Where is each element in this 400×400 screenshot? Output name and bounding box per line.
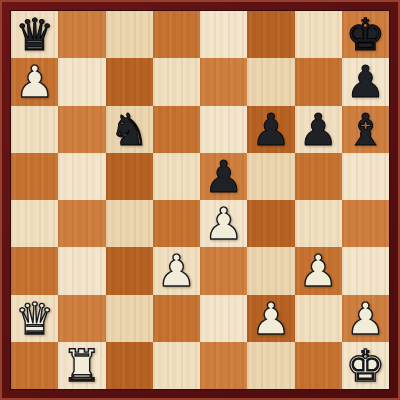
square-f4[interactable] <box>247 200 294 247</box>
square-a2[interactable]: ♛ <box>11 295 58 342</box>
square-h3[interactable] <box>342 247 389 294</box>
square-f7[interactable] <box>247 58 294 105</box>
piece-black-king-h8[interactable]: ♚ <box>346 11 385 58</box>
piece-black-pawn-f6[interactable]: ♟ <box>251 106 290 153</box>
square-f1[interactable] <box>247 342 294 389</box>
square-a1[interactable] <box>11 342 58 389</box>
piece-white-king-h1[interactable]: ♚ <box>346 342 385 389</box>
square-b1[interactable]: ♜ <box>58 342 105 389</box>
piece-black-pawn-h7[interactable]: ♟ <box>346 58 385 105</box>
square-g8[interactable] <box>295 11 342 58</box>
square-c6[interactable]: ♞ <box>106 106 153 153</box>
square-b5[interactable] <box>58 153 105 200</box>
square-c8[interactable] <box>106 11 153 58</box>
square-e6[interactable] <box>200 106 247 153</box>
square-c3[interactable] <box>106 247 153 294</box>
square-d2[interactable] <box>153 295 200 342</box>
square-b6[interactable] <box>58 106 105 153</box>
square-g5[interactable] <box>295 153 342 200</box>
square-h4[interactable] <box>342 200 389 247</box>
square-h5[interactable] <box>342 153 389 200</box>
square-h1[interactable]: ♚ <box>342 342 389 389</box>
piece-black-queen-a8[interactable]: ♛ <box>15 11 54 58</box>
square-a8[interactable]: ♛ <box>11 11 58 58</box>
square-d5[interactable] <box>153 153 200 200</box>
piece-white-rook-b1[interactable]: ♜ <box>62 342 101 389</box>
square-g3[interactable]: ♟ <box>295 247 342 294</box>
square-f2[interactable]: ♟ <box>247 295 294 342</box>
piece-white-pawn-g3[interactable]: ♟ <box>298 247 337 294</box>
square-g1[interactable] <box>295 342 342 389</box>
square-c7[interactable] <box>106 58 153 105</box>
square-a5[interactable] <box>11 153 58 200</box>
square-h2[interactable]: ♟ <box>342 295 389 342</box>
piece-black-pawn-g6[interactable]: ♟ <box>298 106 337 153</box>
chess-board: ♛♚♟♟♞♟♟♝♟♟♟♟♛♟♟♜♚ <box>11 11 389 389</box>
square-e1[interactable] <box>200 342 247 389</box>
piece-black-pawn-e5[interactable]: ♟ <box>204 153 243 200</box>
piece-white-pawn-e4[interactable]: ♟ <box>204 200 243 247</box>
square-g6[interactable]: ♟ <box>295 106 342 153</box>
chess-board-frame: ♛♚♟♟♞♟♟♝♟♟♟♟♛♟♟♜♚ <box>0 0 400 400</box>
square-d6[interactable] <box>153 106 200 153</box>
piece-white-pawn-f2[interactable]: ♟ <box>251 295 290 342</box>
square-b7[interactable] <box>58 58 105 105</box>
square-a4[interactable] <box>11 200 58 247</box>
square-c1[interactable] <box>106 342 153 389</box>
square-g2[interactable] <box>295 295 342 342</box>
piece-white-queen-a2[interactable]: ♛ <box>15 295 54 342</box>
square-a3[interactable] <box>11 247 58 294</box>
square-d7[interactable] <box>153 58 200 105</box>
square-f3[interactable] <box>247 247 294 294</box>
square-c4[interactable] <box>106 200 153 247</box>
piece-white-pawn-a7[interactable]: ♟ <box>15 58 54 105</box>
square-g4[interactable] <box>295 200 342 247</box>
square-d8[interactable] <box>153 11 200 58</box>
square-f6[interactable]: ♟ <box>247 106 294 153</box>
square-b4[interactable] <box>58 200 105 247</box>
piece-white-pawn-h2[interactable]: ♟ <box>346 295 385 342</box>
square-c2[interactable] <box>106 295 153 342</box>
square-e2[interactable] <box>200 295 247 342</box>
square-c5[interactable] <box>106 153 153 200</box>
square-b3[interactable] <box>58 247 105 294</box>
square-d3[interactable]: ♟ <box>153 247 200 294</box>
square-b8[interactable] <box>58 11 105 58</box>
square-e5[interactable]: ♟ <box>200 153 247 200</box>
piece-black-bishop-h6[interactable]: ♝ <box>346 106 385 153</box>
piece-black-knight-c6[interactable]: ♞ <box>109 106 148 153</box>
square-f8[interactable] <box>247 11 294 58</box>
square-e7[interactable] <box>200 58 247 105</box>
piece-white-pawn-d3[interactable]: ♟ <box>157 247 196 294</box>
square-f5[interactable] <box>247 153 294 200</box>
square-e8[interactable] <box>200 11 247 58</box>
square-g7[interactable] <box>295 58 342 105</box>
square-e4[interactable]: ♟ <box>200 200 247 247</box>
square-d1[interactable] <box>153 342 200 389</box>
square-h6[interactable]: ♝ <box>342 106 389 153</box>
square-h8[interactable]: ♚ <box>342 11 389 58</box>
square-e3[interactable] <box>200 247 247 294</box>
square-a7[interactable]: ♟ <box>11 58 58 105</box>
square-h7[interactable]: ♟ <box>342 58 389 105</box>
square-b2[interactable] <box>58 295 105 342</box>
square-a6[interactable] <box>11 106 58 153</box>
square-d4[interactable] <box>153 200 200 247</box>
